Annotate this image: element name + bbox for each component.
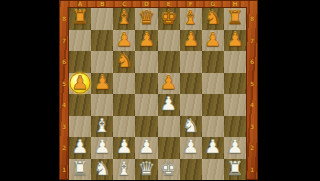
black-bishop-icon: ♝ bbox=[116, 8, 133, 27]
square-g6[interactable] bbox=[202, 51, 224, 73]
black-pawn-icon: ♟ bbox=[160, 73, 177, 92]
rank-labels-left: 87654321 bbox=[59, 8, 69, 180]
rank-label-4-left: 4 bbox=[59, 94, 69, 116]
rank-label-5-right: 5 bbox=[246, 73, 258, 95]
square-g3[interactable] bbox=[202, 116, 224, 138]
white-pawn-icon: ♟ bbox=[204, 137, 221, 156]
white-bishop-icon: ♝ bbox=[94, 116, 111, 135]
square-g5[interactable] bbox=[202, 73, 224, 95]
square-d8[interactable]: ♛ bbox=[135, 8, 157, 30]
black-pawn-icon: ♟ bbox=[138, 30, 155, 49]
square-c6[interactable]: ♞ bbox=[113, 51, 135, 73]
square-f6[interactable] bbox=[180, 51, 202, 73]
square-a2[interactable]: ♟ bbox=[69, 137, 91, 159]
square-e8[interactable]: ♚ bbox=[158, 8, 180, 30]
white-pawn-icon: ♟ bbox=[182, 137, 199, 156]
file-label-e: E bbox=[158, 0, 180, 8]
square-d6[interactable] bbox=[135, 51, 157, 73]
square-d1[interactable]: ♛ bbox=[135, 159, 157, 181]
square-f4[interactable] bbox=[180, 94, 202, 116]
square-c2[interactable]: ♟ bbox=[113, 137, 135, 159]
square-a3[interactable] bbox=[69, 116, 91, 138]
square-a6[interactable] bbox=[69, 51, 91, 73]
square-d3[interactable] bbox=[135, 116, 157, 138]
black-pawn-icon: ♟ bbox=[116, 30, 133, 49]
rank-label-7-right: 7 bbox=[246, 30, 258, 52]
rank-label-7-left: 7 bbox=[59, 30, 69, 52]
white-pawn-icon: ♟ bbox=[138, 137, 155, 156]
square-a7[interactable] bbox=[69, 30, 91, 52]
white-king-icon: ♚ bbox=[160, 159, 177, 178]
square-b7[interactable] bbox=[91, 30, 113, 52]
square-a4[interactable] bbox=[69, 94, 91, 116]
board-wood-frame: ABCDEFGH 87654321 87654321 ♜♝♛♚♝♞♜♟♟♟♟♟♞… bbox=[59, 0, 258, 180]
square-b4[interactable] bbox=[91, 94, 113, 116]
file-label-g: G bbox=[202, 0, 224, 8]
black-queen-icon: ♛ bbox=[138, 8, 155, 27]
white-pawn-icon: ♟ bbox=[160, 94, 177, 113]
square-h4[interactable] bbox=[224, 94, 246, 116]
square-e7[interactable] bbox=[158, 30, 180, 52]
square-c3[interactable] bbox=[113, 116, 135, 138]
square-e3[interactable] bbox=[158, 116, 180, 138]
square-h2[interactable]: ♟ bbox=[224, 137, 246, 159]
black-pawn-icon: ♟ bbox=[182, 30, 199, 49]
square-a5[interactable]: ♟ bbox=[69, 73, 91, 95]
black-knight-icon: ♞ bbox=[116, 51, 133, 70]
square-b1[interactable]: ♞ bbox=[91, 159, 113, 181]
rank-label-2-right: 2 bbox=[246, 137, 258, 159]
square-g7[interactable]: ♟ bbox=[202, 30, 224, 52]
file-label-h: H bbox=[224, 0, 246, 8]
file-label-f: F bbox=[180, 0, 202, 8]
square-g1[interactable] bbox=[202, 159, 224, 181]
square-c4[interactable] bbox=[113, 94, 135, 116]
letterboxed-stage: ABCDEFGH 87654321 87654321 ♜♝♛♚♝♞♜♟♟♟♟♟♞… bbox=[0, 0, 320, 180]
square-c8[interactable]: ♝ bbox=[113, 8, 135, 30]
black-pawn-icon: ♟ bbox=[226, 30, 243, 49]
square-b8[interactable] bbox=[91, 8, 113, 30]
square-e1[interactable]: ♚ bbox=[158, 159, 180, 181]
rank-label-6-left: 6 bbox=[59, 51, 69, 73]
square-f5[interactable] bbox=[180, 73, 202, 95]
white-pawn-icon: ♟ bbox=[226, 137, 243, 156]
black-pawn-icon: ♟ bbox=[204, 30, 221, 49]
black-rook-icon: ♜ bbox=[226, 8, 243, 27]
square-h6[interactable] bbox=[224, 51, 246, 73]
white-bishop-icon: ♝ bbox=[116, 159, 133, 178]
square-f7[interactable]: ♟ bbox=[180, 30, 202, 52]
white-rook-icon: ♜ bbox=[226, 159, 243, 178]
rank-label-4-right: 4 bbox=[246, 94, 258, 116]
rank-label-1-left: 1 bbox=[59, 159, 69, 181]
square-g4[interactable] bbox=[202, 94, 224, 116]
square-c5[interactable] bbox=[113, 73, 135, 95]
square-e4[interactable]: ♟ bbox=[158, 94, 180, 116]
file-labels-row: ABCDEFGH bbox=[69, 0, 246, 8]
file-label-c: C bbox=[113, 0, 135, 8]
rank-label-5-left: 5 bbox=[59, 73, 69, 95]
rank-label-3-left: 3 bbox=[59, 116, 69, 138]
square-e2[interactable] bbox=[158, 137, 180, 159]
square-g8[interactable]: ♞ bbox=[202, 8, 224, 30]
rank-label-1-right: 1 bbox=[246, 159, 258, 181]
square-e5[interactable]: ♟ bbox=[158, 73, 180, 95]
square-b5[interactable]: ♟ bbox=[91, 73, 113, 95]
black-king-icon: ♚ bbox=[160, 8, 177, 27]
square-c1[interactable]: ♝ bbox=[113, 159, 135, 181]
square-b2[interactable]: ♟ bbox=[91, 137, 113, 159]
square-d5[interactable] bbox=[135, 73, 157, 95]
rank-label-2-left: 2 bbox=[59, 137, 69, 159]
square-g2[interactable]: ♟ bbox=[202, 137, 224, 159]
square-f3[interactable]: ♞ bbox=[180, 116, 202, 138]
white-pawn-icon: ♟ bbox=[72, 137, 89, 156]
square-f2[interactable]: ♟ bbox=[180, 137, 202, 159]
square-f8[interactable]: ♝ bbox=[180, 8, 202, 30]
rank-labels-right: 87654321 bbox=[246, 8, 258, 180]
square-h7[interactable]: ♟ bbox=[224, 30, 246, 52]
square-a8[interactable]: ♜ bbox=[69, 8, 91, 30]
chess-board: ♜♝♛♚♝♞♜♟♟♟♟♟♞♟♟♟♟♝♞♟♟♟♟♟♟♟♜♞♝♛♚♜ bbox=[69, 8, 246, 180]
file-label-a: A bbox=[69, 0, 91, 8]
white-pawn-icon: ♟ bbox=[94, 137, 111, 156]
square-f1[interactable] bbox=[180, 159, 202, 181]
square-d2[interactable]: ♟ bbox=[135, 137, 157, 159]
square-b6[interactable] bbox=[91, 51, 113, 73]
white-rook-icon: ♜ bbox=[72, 159, 89, 178]
black-pawn-icon: ♟ bbox=[94, 73, 111, 92]
black-rook-icon: ♜ bbox=[72, 8, 89, 27]
square-a1[interactable]: ♜ bbox=[69, 159, 91, 181]
square-c7[interactable]: ♟ bbox=[113, 30, 135, 52]
square-h5[interactable] bbox=[224, 73, 246, 95]
square-b3[interactable]: ♝ bbox=[91, 116, 113, 138]
rank-label-6-right: 6 bbox=[246, 51, 258, 73]
square-h3[interactable] bbox=[224, 116, 246, 138]
square-h8[interactable]: ♜ bbox=[224, 8, 246, 30]
black-knight-icon: ♞ bbox=[204, 8, 221, 27]
white-knight-icon: ♞ bbox=[94, 159, 111, 178]
rank-label-8-right: 8 bbox=[246, 8, 258, 30]
rank-label-3-right: 3 bbox=[246, 116, 258, 138]
white-knight-icon: ♞ bbox=[182, 116, 199, 135]
black-bishop-icon: ♝ bbox=[182, 8, 199, 27]
white-pawn-icon: ♟ bbox=[116, 137, 133, 156]
rank-label-8-left: 8 bbox=[59, 8, 69, 30]
square-d4[interactable] bbox=[135, 94, 157, 116]
square-e6[interactable] bbox=[158, 51, 180, 73]
selected-square-highlight bbox=[71, 74, 90, 93]
white-queen-icon: ♛ bbox=[138, 159, 155, 178]
square-d7[interactable]: ♟ bbox=[135, 30, 157, 52]
file-label-b: B bbox=[91, 0, 113, 8]
file-label-d: D bbox=[135, 0, 157, 8]
square-h1[interactable]: ♜ bbox=[224, 159, 246, 181]
